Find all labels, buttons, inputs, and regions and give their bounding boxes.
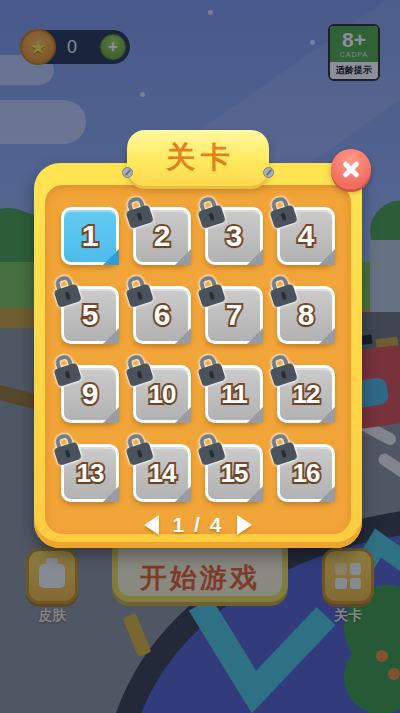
level-tile-2[interactable]: 2	[133, 207, 191, 265]
pagination: 1 / 4	[34, 513, 362, 537]
level-tile-3[interactable]: 3	[205, 207, 263, 265]
page-curl-icon	[175, 407, 191, 423]
level-tile-12[interactable]: 12	[277, 365, 335, 423]
level-grid: 12345678910111213141516	[34, 207, 362, 502]
level-tile-10[interactable]: 10	[133, 365, 191, 423]
page-curl-icon	[247, 407, 263, 423]
page-curl-icon	[247, 249, 263, 265]
level-tile-5[interactable]: 5	[61, 286, 119, 344]
next-page-arrow-icon[interactable]	[237, 515, 252, 535]
level-tile-9[interactable]: 9	[61, 365, 119, 423]
level-tile-15[interactable]: 15	[205, 444, 263, 502]
close-button[interactable]	[331, 149, 371, 189]
page-curl-icon	[319, 328, 335, 344]
level-tile-16[interactable]: 16	[277, 444, 335, 502]
level-tile-6[interactable]: 6	[133, 286, 191, 344]
level-tile-13[interactable]: 13	[61, 444, 119, 502]
page-curl-icon	[103, 486, 119, 502]
close-icon	[341, 159, 361, 179]
level-tile-7[interactable]: 7	[205, 286, 263, 344]
page-curl-icon	[175, 486, 191, 502]
screw-icon	[263, 167, 274, 178]
page-curl-icon	[103, 328, 119, 344]
level-select-dialog: 关卡 12345678910111213141516 1 / 4	[34, 163, 362, 548]
page-curl-icon	[247, 486, 263, 502]
game-screen: ★ 0 + 8+ CADPA 适龄提示 开始游戏 皮肤 关卡	[0, 0, 400, 713]
level-tile-11[interactable]: 11	[205, 365, 263, 423]
page-curl-icon	[319, 249, 335, 265]
level-tile-14[interactable]: 14	[133, 444, 191, 502]
screw-icon	[122, 167, 133, 178]
level-tile-8[interactable]: 8	[277, 286, 335, 344]
page-curl-icon	[175, 249, 191, 265]
page-curl-icon	[319, 486, 335, 502]
page-curl-icon	[247, 328, 263, 344]
prev-page-arrow-icon[interactable]	[144, 515, 159, 535]
dialog-title: 关卡	[160, 138, 236, 178]
dialog-title-banner: 关卡	[127, 130, 269, 186]
page-curl-icon	[103, 407, 119, 423]
page-curl-icon	[103, 249, 119, 265]
level-tile-1[interactable]: 1	[61, 207, 119, 265]
page-curl-icon	[319, 407, 335, 423]
page-indicator: 1 / 4	[173, 513, 224, 537]
level-tile-4[interactable]: 4	[277, 207, 335, 265]
page-curl-icon	[175, 328, 191, 344]
